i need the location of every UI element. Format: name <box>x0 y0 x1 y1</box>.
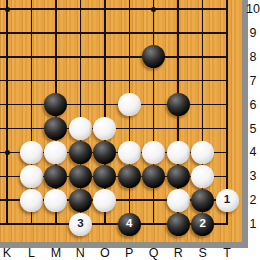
black-stone-r1[interactable] <box>167 213 190 236</box>
coord-label-col-K: K <box>0 246 16 260</box>
black-stone-p1[interactable]: 4 <box>118 213 141 236</box>
coord-label-col-S: S <box>194 246 212 260</box>
coord-label-col-M: M <box>47 246 65 260</box>
star-point-q10 <box>151 7 156 12</box>
grid-line-row-8 <box>0 56 228 58</box>
white-stone-s3[interactable] <box>191 165 214 188</box>
white-stone-n1[interactable]: 3 <box>69 213 92 236</box>
coord-label-row-6: 6 <box>246 98 260 112</box>
white-stone-n5[interactable] <box>69 117 92 140</box>
black-stone-n2[interactable] <box>69 189 92 212</box>
move-number-label: 4 <box>126 218 132 230</box>
coord-label-row-7: 7 <box>246 74 260 88</box>
black-stone-m6[interactable] <box>44 93 67 116</box>
coord-label-row-8: 8 <box>246 50 260 64</box>
black-stone-o3[interactable] <box>93 165 116 188</box>
go-diagram: 1342 KLMNOPQRST10987654321 <box>0 0 260 260</box>
grid-line-col-K <box>6 0 8 225</box>
coord-label-row-2: 2 <box>246 193 260 207</box>
white-stone-r4[interactable] <box>167 141 190 164</box>
white-stone-p4[interactable] <box>118 141 141 164</box>
black-stone-q3[interactable] <box>142 165 165 188</box>
black-stone-p3[interactable] <box>118 165 141 188</box>
coord-label-row-3: 3 <box>246 169 260 183</box>
coord-label-col-Q: Q <box>145 246 163 260</box>
coord-label-col-R: R <box>169 246 187 260</box>
white-stone-m4[interactable] <box>44 141 67 164</box>
white-stone-l4[interactable] <box>20 141 43 164</box>
black-stone-n4[interactable] <box>69 141 92 164</box>
move-number-label: 2 <box>199 218 205 230</box>
move-number-label: 3 <box>77 218 83 230</box>
black-stone-s2[interactable] <box>191 189 214 212</box>
white-stone-o2[interactable] <box>93 189 116 212</box>
grid-line-col-Q <box>153 0 155 225</box>
black-stone-r6[interactable] <box>167 93 190 116</box>
white-stone-q4[interactable] <box>142 141 165 164</box>
move-number-label: 1 <box>224 194 230 206</box>
coord-label-col-L: L <box>22 246 40 260</box>
grid-line-row-9 <box>0 32 228 34</box>
white-stone-r2[interactable] <box>167 189 190 212</box>
coord-label-col-O: O <box>96 246 114 260</box>
coord-label-row-1: 1 <box>246 217 260 231</box>
white-stone-l2[interactable] <box>20 189 43 212</box>
black-stone-n3[interactable] <box>69 165 92 188</box>
coord-label-row-10: 10 <box>246 2 260 16</box>
coord-label-col-N: N <box>71 246 89 260</box>
coord-label-row-5: 5 <box>246 122 260 136</box>
white-stone-l3[interactable] <box>20 165 43 188</box>
black-stone-m5[interactable] <box>44 117 67 140</box>
black-stone-q8[interactable] <box>142 45 165 68</box>
white-stone-t2[interactable]: 1 <box>216 189 239 212</box>
black-stone-s1[interactable]: 2 <box>191 213 214 236</box>
coord-label-row-9: 9 <box>246 26 260 40</box>
grid-line-row-10 <box>0 8 228 10</box>
white-stone-s4[interactable] <box>191 141 214 164</box>
go-board[interactable]: 1342 <box>0 0 248 248</box>
black-stone-o4[interactable] <box>93 141 116 164</box>
black-stone-m3[interactable] <box>44 165 67 188</box>
white-stone-o5[interactable] <box>93 117 116 140</box>
black-stone-r3[interactable] <box>167 165 190 188</box>
grid-line-row-7 <box>0 80 228 82</box>
grid-line-row-6 <box>0 104 228 106</box>
white-stone-p6[interactable] <box>118 93 141 116</box>
coord-label-col-T: T <box>218 246 236 260</box>
coord-label-row-4: 4 <box>246 145 260 159</box>
coord-label-col-P: P <box>120 246 138 260</box>
star-point-k4 <box>5 150 10 155</box>
star-point-k10 <box>5 7 10 12</box>
white-stone-m2[interactable] <box>44 189 67 212</box>
